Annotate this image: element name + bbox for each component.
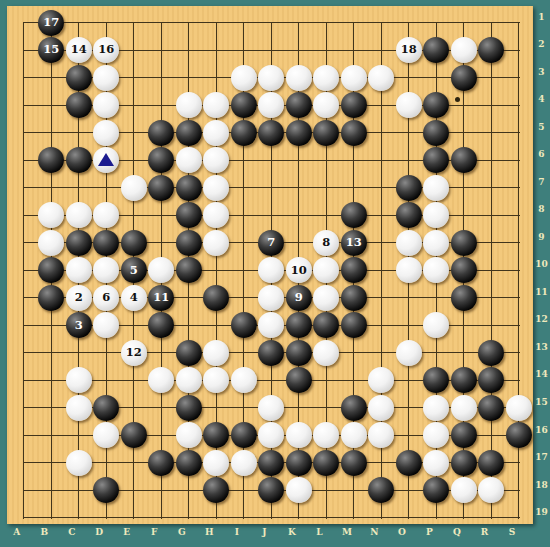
move-number-label: 15 — [43, 44, 59, 56]
white-stone-L10[interactable] — [313, 257, 339, 283]
black-stone-R15[interactable] — [478, 395, 504, 421]
row-label-19: 19 — [533, 507, 550, 517]
column-label-M: M — [337, 527, 357, 537]
move-number-label: 5 — [130, 265, 138, 277]
column-label-H: H — [199, 527, 219, 537]
row-label-2: 2 — [533, 39, 550, 49]
white-stone-O4[interactable] — [396, 92, 422, 118]
white-stone-O9[interactable] — [396, 230, 422, 256]
move-number-label: 11 — [153, 292, 169, 304]
black-stone-Q14[interactable] — [451, 367, 477, 393]
black-stone-I16[interactable] — [231, 422, 257, 448]
black-stone-D9[interactable] — [93, 230, 119, 256]
black-stone-M17[interactable] — [341, 450, 367, 476]
black-stone-D18[interactable] — [93, 477, 119, 503]
black-stone-Q3[interactable] — [451, 65, 477, 91]
white-stone-Q2[interactable] — [451, 37, 477, 63]
black-stone-R2[interactable] — [478, 37, 504, 63]
column-label-L: L — [309, 527, 329, 537]
black-stone-Q16[interactable] — [451, 422, 477, 448]
black-stone-F12[interactable] — [148, 312, 174, 338]
column-label-G: G — [172, 527, 192, 537]
row-label-8: 8 — [533, 204, 550, 214]
column-label-F: F — [144, 527, 164, 537]
white-stone-P12[interactable] — [423, 312, 449, 338]
white-stone-G14[interactable] — [176, 367, 202, 393]
black-stone-L5[interactable] — [313, 120, 339, 146]
go-game-window: 17151416187813510264119312 ABCDEFGHIJKLM… — [0, 0, 550, 547]
black-stone-B1[interactable]: 17 — [38, 10, 64, 36]
black-stone-Q10[interactable] — [451, 257, 477, 283]
white-stone-D11[interactable]: 6 — [93, 285, 119, 311]
black-stone-G13[interactable] — [176, 340, 202, 366]
white-stone-D8[interactable] — [93, 202, 119, 228]
black-stone-G7[interactable] — [176, 175, 202, 201]
black-stone-E10[interactable]: 5 — [121, 257, 147, 283]
black-stone-K17[interactable] — [286, 450, 312, 476]
black-stone-I4[interactable] — [231, 92, 257, 118]
black-stone-H18[interactable] — [203, 477, 229, 503]
black-stone-N18[interactable] — [368, 477, 394, 503]
black-stone-R17[interactable] — [478, 450, 504, 476]
white-stone-G16[interactable] — [176, 422, 202, 448]
black-stone-P18[interactable] — [423, 477, 449, 503]
white-stone-L11[interactable] — [313, 285, 339, 311]
white-stone-J12[interactable] — [258, 312, 284, 338]
white-stone-N14[interactable] — [368, 367, 394, 393]
white-stone-O10[interactable] — [396, 257, 422, 283]
black-stone-P4[interactable] — [423, 92, 449, 118]
white-stone-J3[interactable] — [258, 65, 284, 91]
black-stone-F17[interactable] — [148, 450, 174, 476]
black-stone-J17[interactable] — [258, 450, 284, 476]
move-number-label: 17 — [43, 17, 59, 29]
black-stone-Q11[interactable] — [451, 285, 477, 311]
white-stone-D3[interactable] — [93, 65, 119, 91]
black-stone-P5[interactable] — [423, 120, 449, 146]
white-stone-K3[interactable] — [286, 65, 312, 91]
black-stone-Q17[interactable] — [451, 450, 477, 476]
black-stone-J5[interactable] — [258, 120, 284, 146]
white-stone-H7[interactable] — [203, 175, 229, 201]
black-stone-P6[interactable] — [423, 147, 449, 173]
white-stone-C17[interactable] — [66, 450, 92, 476]
white-stone-K10[interactable]: 10 — [286, 257, 312, 283]
white-stone-Q18[interactable] — [451, 477, 477, 503]
white-stone-P17[interactable] — [423, 450, 449, 476]
white-stone-S15[interactable] — [506, 395, 532, 421]
move-number-label: 6 — [102, 292, 110, 304]
white-stone-O13[interactable] — [396, 340, 422, 366]
white-stone-C2[interactable]: 14 — [66, 37, 92, 63]
row-label-13: 13 — [533, 342, 550, 352]
move-number-label: 8 — [322, 237, 330, 249]
row-label-12: 12 — [533, 314, 550, 324]
black-stone-F6[interactable] — [148, 147, 174, 173]
black-stone-K14[interactable] — [286, 367, 312, 393]
white-stone-B8[interactable] — [38, 202, 64, 228]
white-stone-J11[interactable] — [258, 285, 284, 311]
column-label-K: K — [282, 527, 302, 537]
white-stone-P7[interactable] — [423, 175, 449, 201]
black-stone-G10[interactable] — [176, 257, 202, 283]
row-label-1: 1 — [533, 12, 550, 22]
white-stone-O2[interactable]: 18 — [396, 37, 422, 63]
column-label-I: I — [227, 527, 247, 537]
black-stone-J18[interactable] — [258, 477, 284, 503]
black-stone-I5[interactable] — [231, 120, 257, 146]
column-label-P: P — [420, 527, 440, 537]
row-label-9: 9 — [533, 232, 550, 242]
column-label-Q: Q — [447, 527, 467, 537]
white-stone-J4[interactable] — [258, 92, 284, 118]
white-stone-J15[interactable] — [258, 395, 284, 421]
white-stone-N15[interactable] — [368, 395, 394, 421]
black-stone-G9[interactable] — [176, 230, 202, 256]
black-stone-M8[interactable] — [341, 202, 367, 228]
black-stone-M4[interactable] — [341, 92, 367, 118]
column-label-N: N — [364, 527, 384, 537]
black-stone-B10[interactable] — [38, 257, 64, 283]
white-stone-K16[interactable] — [286, 422, 312, 448]
white-stone-N3[interactable] — [368, 65, 394, 91]
black-stone-S16[interactable] — [506, 422, 532, 448]
white-stone-M16[interactable] — [341, 422, 367, 448]
black-stone-J9[interactable]: 7 — [258, 230, 284, 256]
black-stone-G17[interactable] — [176, 450, 202, 476]
white-stone-J16[interactable] — [258, 422, 284, 448]
move-number-label: 4 — [130, 292, 138, 304]
black-stone-M15[interactable] — [341, 395, 367, 421]
white-stone-D5[interactable] — [93, 120, 119, 146]
black-stone-I12[interactable] — [231, 312, 257, 338]
black-stone-B11[interactable] — [38, 285, 64, 311]
white-stone-F14[interactable] — [148, 367, 174, 393]
black-stone-K12[interactable] — [286, 312, 312, 338]
white-stone-C14[interactable] — [66, 367, 92, 393]
black-stone-Q6[interactable] — [451, 147, 477, 173]
column-label-E: E — [117, 527, 137, 537]
black-stone-F7[interactable] — [148, 175, 174, 201]
white-stone-D2[interactable]: 16 — [93, 37, 119, 63]
go-board[interactable]: 17151416187813510264119312 — [7, 6, 533, 524]
black-stone-M10[interactable] — [341, 257, 367, 283]
white-stone-H8[interactable] — [203, 202, 229, 228]
white-stone-K18[interactable] — [286, 477, 312, 503]
white-stone-P10[interactable] — [423, 257, 449, 283]
row-label-4: 4 — [533, 94, 550, 104]
move-number-label: 14 — [71, 44, 87, 56]
black-stone-M12[interactable] — [341, 312, 367, 338]
black-stone-F11[interactable]: 11 — [148, 285, 174, 311]
white-stone-E13[interactable]: 12 — [121, 340, 147, 366]
white-stone-P16[interactable] — [423, 422, 449, 448]
black-stone-P14[interactable] — [423, 367, 449, 393]
column-label-C: C — [62, 527, 82, 537]
white-stone-H17[interactable] — [203, 450, 229, 476]
black-stone-L17[interactable] — [313, 450, 339, 476]
row-label-14: 14 — [533, 369, 550, 379]
white-stone-H5[interactable] — [203, 120, 229, 146]
white-stone-M3[interactable] — [341, 65, 367, 91]
white-stone-L4[interactable] — [313, 92, 339, 118]
black-stone-L12[interactable] — [313, 312, 339, 338]
white-stone-G6[interactable] — [176, 147, 202, 173]
black-stone-K11[interactable]: 9 — [286, 285, 312, 311]
move-number-label: 16 — [98, 44, 114, 56]
move-number-label: 2 — [75, 292, 83, 304]
row-label-16: 16 — [533, 425, 550, 435]
white-stone-I3[interactable] — [231, 65, 257, 91]
black-stone-R13[interactable] — [478, 340, 504, 366]
row-label-6: 6 — [533, 149, 550, 159]
row-label-3: 3 — [533, 67, 550, 77]
white-stone-D6[interactable] — [93, 147, 119, 173]
white-stone-B9[interactable] — [38, 230, 64, 256]
white-stone-H4[interactable] — [203, 92, 229, 118]
black-stone-R14[interactable] — [478, 367, 504, 393]
column-label-J: J — [254, 527, 274, 537]
black-stone-O8[interactable] — [396, 202, 422, 228]
black-stone-D15[interactable] — [93, 395, 119, 421]
white-stone-L9[interactable]: 8 — [313, 230, 339, 256]
black-stone-O7[interactable] — [396, 175, 422, 201]
white-stone-E7[interactable] — [121, 175, 147, 201]
board-stones-grid[interactable]: 17151416187813510264119312 — [10, 9, 533, 532]
black-stone-C6[interactable] — [66, 147, 92, 173]
move-number-label: 7 — [267, 237, 275, 249]
white-stone-J10[interactable] — [258, 257, 284, 283]
black-stone-Q9[interactable] — [451, 230, 477, 256]
black-stone-P2[interactable] — [423, 37, 449, 63]
white-stone-E11[interactable]: 4 — [121, 285, 147, 311]
white-stone-H13[interactable] — [203, 340, 229, 366]
black-stone-E9[interactable] — [121, 230, 147, 256]
black-stone-B6[interactable] — [38, 147, 64, 173]
white-stone-D4[interactable] — [93, 92, 119, 118]
black-stone-J13[interactable] — [258, 340, 284, 366]
move-number-label: 13 — [346, 237, 362, 249]
black-stone-G15[interactable] — [176, 395, 202, 421]
move-number-label: 18 — [401, 44, 417, 56]
black-stone-B2[interactable]: 15 — [38, 37, 64, 63]
black-stone-H16[interactable] — [203, 422, 229, 448]
row-label-10: 10 — [533, 259, 550, 269]
column-label-D: D — [89, 527, 109, 537]
white-stone-P15[interactable] — [423, 395, 449, 421]
white-stone-D10[interactable] — [93, 257, 119, 283]
black-stone-C9[interactable] — [66, 230, 92, 256]
white-stone-D12[interactable] — [93, 312, 119, 338]
row-label-11: 11 — [533, 287, 550, 297]
black-stone-M5[interactable] — [341, 120, 367, 146]
white-stone-Q15[interactable] — [451, 395, 477, 421]
row-label-18: 18 — [533, 480, 550, 490]
white-stone-P8[interactable] — [423, 202, 449, 228]
white-stone-D16[interactable] — [93, 422, 119, 448]
white-stone-C10[interactable] — [66, 257, 92, 283]
black-stone-G8[interactable] — [176, 202, 202, 228]
white-stone-C8[interactable] — [66, 202, 92, 228]
white-stone-L16[interactable] — [313, 422, 339, 448]
white-stone-R18[interactable] — [478, 477, 504, 503]
row-label-15: 15 — [533, 397, 550, 407]
black-stone-K4[interactable] — [286, 92, 312, 118]
move-number-label: 9 — [295, 292, 303, 304]
move-number-label: 10 — [291, 265, 307, 277]
black-stone-G5[interactable] — [176, 120, 202, 146]
black-stone-H11[interactable] — [203, 285, 229, 311]
black-stone-K5[interactable] — [286, 120, 312, 146]
white-stone-C15[interactable] — [66, 395, 92, 421]
white-stone-I17[interactable] — [231, 450, 257, 476]
white-stone-G4[interactable] — [176, 92, 202, 118]
triangle-mark-icon — [98, 153, 114, 166]
white-stone-F10[interactable] — [148, 257, 174, 283]
move-number-label: 12 — [126, 347, 142, 359]
white-stone-P9[interactable] — [423, 230, 449, 256]
black-stone-K13[interactable] — [286, 340, 312, 366]
black-stone-M9[interactable]: 13 — [341, 230, 367, 256]
column-label-B: B — [34, 527, 54, 537]
white-stone-I14[interactable] — [231, 367, 257, 393]
white-stone-H9[interactable] — [203, 230, 229, 256]
white-stone-H6[interactable] — [203, 147, 229, 173]
black-stone-C4[interactable] — [66, 92, 92, 118]
black-stone-O17[interactable] — [396, 450, 422, 476]
white-stone-L13[interactable] — [313, 340, 339, 366]
column-label-O: O — [392, 527, 412, 537]
row-label-5: 5 — [533, 122, 550, 132]
row-label-17: 17 — [533, 452, 550, 462]
column-label-R: R — [475, 527, 495, 537]
black-stone-M11[interactable] — [341, 285, 367, 311]
column-label-S: S — [502, 527, 522, 537]
black-stone-F5[interactable] — [148, 120, 174, 146]
column-label-A: A — [7, 527, 27, 537]
white-stone-L3[interactable] — [313, 65, 339, 91]
black-stone-C3[interactable] — [66, 65, 92, 91]
white-stone-H14[interactable] — [203, 367, 229, 393]
white-stone-C11[interactable]: 2 — [66, 285, 92, 311]
row-label-7: 7 — [533, 177, 550, 187]
move-number-label: 3 — [75, 320, 83, 332]
black-stone-C12[interactable]: 3 — [66, 312, 92, 338]
white-stone-N16[interactable] — [368, 422, 394, 448]
black-stone-E16[interactable] — [121, 422, 147, 448]
